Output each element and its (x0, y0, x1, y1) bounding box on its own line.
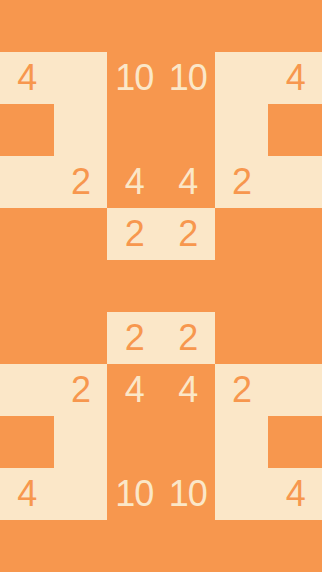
cell-r1-c2-number-10[interactable]: 10 (107, 52, 161, 104)
cell-r2-c1[interactable] (54, 104, 108, 156)
cell-r4-c1[interactable] (54, 208, 108, 260)
cell-r3-c3-number-4[interactable]: 4 (161, 156, 215, 208)
cell-r10-c5[interactable] (268, 520, 322, 572)
game-screen: 410104244222222442410104 (0, 0, 322, 572)
cell-r4-c0[interactable] (0, 208, 54, 260)
cell-r1-c1[interactable] (54, 52, 108, 104)
cell-r1-c3-number-10[interactable]: 10 (161, 52, 215, 104)
cell-r9-c1[interactable] (54, 468, 108, 520)
cell-r8-c3[interactable] (161, 416, 215, 468)
cell-r8-c5[interactable] (268, 416, 322, 468)
cell-r3-c5[interactable] (268, 156, 322, 208)
cell-r7-c4-number-2[interactable]: 2 (215, 364, 269, 416)
cell-r4-c3-number-2[interactable]: 2 (161, 208, 215, 260)
cell-r0-c0[interactable] (0, 0, 54, 52)
cell-r7-c0[interactable] (0, 364, 54, 416)
cell-r6-c5[interactable] (268, 312, 322, 364)
cell-r0-c5[interactable] (268, 0, 322, 52)
cell-r10-c1[interactable] (54, 520, 108, 572)
cell-r0-c4[interactable] (215, 0, 269, 52)
cell-r8-c4[interactable] (215, 416, 269, 468)
cell-r8-c1[interactable] (54, 416, 108, 468)
cell-r9-c2-number-10[interactable]: 10 (107, 468, 161, 520)
cell-r5-c2[interactable] (107, 260, 161, 312)
cell-r9-c0-number-4[interactable]: 4 (0, 468, 54, 520)
cell-r8-c0[interactable] (0, 416, 54, 468)
cell-r8-c2[interactable] (107, 416, 161, 468)
cell-r2-c3[interactable] (161, 104, 215, 156)
cell-r5-c4[interactable] (215, 260, 269, 312)
cell-r9-c4[interactable] (215, 468, 269, 520)
cell-r7-c2-number-4[interactable]: 4 (107, 364, 161, 416)
cell-r2-c2[interactable] (107, 104, 161, 156)
cell-r3-c1-number-2[interactable]: 2 (54, 156, 108, 208)
puzzle-board: 410104244222222442410104 (0, 0, 322, 572)
cell-r10-c4[interactable] (215, 520, 269, 572)
cell-r1-c0-number-4[interactable]: 4 (0, 52, 54, 104)
cell-r6-c4[interactable] (215, 312, 269, 364)
cell-r6-c3-number-2[interactable]: 2 (161, 312, 215, 364)
cell-r3-c4-number-2[interactable]: 2 (215, 156, 269, 208)
cell-r5-c5[interactable] (268, 260, 322, 312)
cell-r4-c2-number-2[interactable]: 2 (107, 208, 161, 260)
cell-r3-c2-number-4[interactable]: 4 (107, 156, 161, 208)
cell-r9-c5-number-4[interactable]: 4 (268, 468, 322, 520)
cell-r1-c4[interactable] (215, 52, 269, 104)
cell-r0-c2[interactable] (107, 0, 161, 52)
cell-r4-c4[interactable] (215, 208, 269, 260)
cell-r1-c5-number-4[interactable]: 4 (268, 52, 322, 104)
cell-r7-c3-number-4[interactable]: 4 (161, 364, 215, 416)
cell-r3-c0[interactable] (0, 156, 54, 208)
cell-r9-c3-number-10[interactable]: 10 (161, 468, 215, 520)
cell-r7-c1-number-2[interactable]: 2 (54, 364, 108, 416)
cell-r5-c1[interactable] (54, 260, 108, 312)
cell-r4-c5[interactable] (268, 208, 322, 260)
cell-r2-c0[interactable] (0, 104, 54, 156)
cell-r7-c5[interactable] (268, 364, 322, 416)
cell-r6-c0[interactable] (0, 312, 54, 364)
cell-r2-c5[interactable] (268, 104, 322, 156)
cell-r5-c3[interactable] (161, 260, 215, 312)
cell-r5-c0[interactable] (0, 260, 54, 312)
cell-r0-c3[interactable] (161, 0, 215, 52)
cell-r6-c1[interactable] (54, 312, 108, 364)
cell-r0-c1[interactable] (54, 0, 108, 52)
cell-r2-c4[interactable] (215, 104, 269, 156)
cell-r10-c2[interactable] (107, 520, 161, 572)
cell-r10-c3[interactable] (161, 520, 215, 572)
cell-r10-c0[interactable] (0, 520, 54, 572)
cell-r6-c2-number-2[interactable]: 2 (107, 312, 161, 364)
